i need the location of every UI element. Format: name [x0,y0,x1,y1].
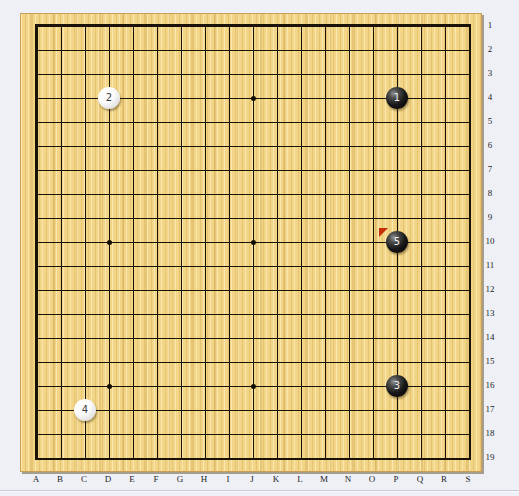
column-label-L: L [288,473,312,485]
row-label-10: 10 [483,229,497,253]
column-label-I: I [216,473,240,485]
row-labels: 12345678910111213141516171819 [483,13,497,469]
board-intersection-P16[interactable]: 3 [385,374,409,398]
row-label-8: 8 [483,181,497,205]
stone-move-number: 3 [394,381,400,391]
column-label-Q: Q [408,473,432,485]
row-label-14: 14 [483,325,497,349]
row-label-9: 9 [483,205,497,229]
stone-move-number: 1 [394,93,400,103]
column-label-P: P [384,473,408,485]
column-label-C: C [72,473,96,485]
column-label-H: H [192,473,216,485]
row-label-3: 3 [483,61,497,85]
stone-move-number: 5 [394,237,400,247]
column-label-O: O [360,473,384,485]
column-labels: ABCDEFGHIJKLMNOPQRS [24,473,480,485]
column-label-F: F [144,473,168,485]
row-label-2: 2 [483,37,497,61]
go-board[interactable]: 12345 [20,13,482,472]
row-label-1: 1 [483,13,497,37]
row-label-12: 12 [483,277,497,301]
stone-move-number: 4 [82,405,88,415]
column-label-G: G [168,473,192,485]
board-intersection-P4[interactable]: 1 [385,86,409,110]
column-label-E: E [120,473,144,485]
row-label-13: 13 [483,301,497,325]
row-label-18: 18 [483,421,497,445]
column-label-S: S [456,473,480,485]
row-label-4: 4 [483,85,497,109]
row-label-15: 15 [483,349,497,373]
column-label-N: N [336,473,360,485]
column-label-R: R [432,473,456,485]
board-intersection-C17[interactable]: 4 [73,398,97,422]
go-app-screen: 12345 ABCDEFGHIJKLMNOPQRS 12345678910111… [0,0,519,496]
stone-white-C17[interactable]: 4 [74,399,96,421]
row-label-11: 11 [483,253,497,277]
stone-move-number: 2 [106,93,112,103]
column-label-J: J [240,473,264,485]
row-label-5: 5 [483,109,497,133]
stone-white-D4[interactable]: 2 [98,87,120,109]
stones-layer: 12345 [25,14,481,470]
column-label-A: A [24,473,48,485]
row-label-6: 6 [483,133,497,157]
row-label-7: 7 [483,157,497,181]
window-bottom-divider [0,490,519,492]
stone-black-P4[interactable]: 1 [386,87,408,109]
board-intersection-P10[interactable]: 5 [385,230,409,254]
row-label-19: 19 [483,445,497,469]
stone-black-P10[interactable]: 5 [386,231,408,253]
column-label-K: K [264,473,288,485]
stone-black-P16[interactable]: 3 [386,375,408,397]
row-label-17: 17 [483,397,497,421]
column-label-D: D [96,473,120,485]
row-label-16: 16 [483,373,497,397]
column-label-B: B [48,473,72,485]
column-label-M: M [312,473,336,485]
board-intersection-D4[interactable]: 2 [97,86,121,110]
